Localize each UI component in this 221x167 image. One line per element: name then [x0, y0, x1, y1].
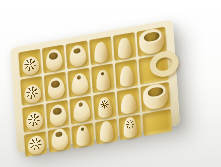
nozzle-star — [21, 55, 39, 76]
nozzle-cone-hole — [75, 124, 90, 146]
tray-cell — [113, 32, 136, 61]
tray-cell — [115, 59, 138, 89]
nozzle-cone — [119, 65, 134, 87]
nozzle-tube-large — [48, 103, 66, 127]
tray-cell — [42, 45, 65, 74]
tray-cell — [119, 114, 142, 140]
tray-cell — [89, 36, 112, 65]
nozzle-star-cone — [97, 96, 112, 118]
tray-cell — [71, 123, 94, 149]
photo-canvas — [0, 0, 221, 167]
nozzle-star — [27, 135, 45, 156]
nozzle-star — [23, 83, 41, 104]
tray-cell — [117, 87, 140, 116]
tray-grid — [18, 27, 171, 137]
nozzle-tube-large — [47, 76, 65, 100]
nozzle-star — [25, 110, 43, 131]
nozzle-tube-medium — [50, 127, 68, 151]
tray-cell — [138, 54, 168, 85]
nozzle-tube-small — [70, 72, 88, 96]
nozzle-tube-medium — [68, 44, 86, 68]
tray-cell — [18, 49, 41, 78]
tray-cell — [48, 127, 71, 153]
nozzle-tube-large — [45, 48, 63, 72]
tray-cell — [91, 63, 114, 93]
nozzle-cup — [142, 82, 168, 110]
nozzle-cone — [99, 120, 114, 142]
tray-cell — [95, 119, 118, 145]
tray-cell — [20, 76, 43, 106]
tray-cell — [140, 82, 170, 112]
tray-cell — [44, 72, 67, 102]
tray-cell — [69, 96, 92, 125]
nozzle-star-cone — [123, 116, 138, 138]
tray-cell — [22, 104, 45, 133]
tray-cell — [142, 109, 172, 136]
nozzle-tray — [10, 19, 180, 153]
tray-cell — [93, 91, 116, 120]
nozzle-cone — [117, 37, 132, 59]
nozzle-cone-hole — [95, 69, 110, 91]
nozzle-tube-small — [72, 99, 90, 123]
tray-cell — [67, 68, 90, 98]
tray-cell — [24, 131, 47, 157]
tray-cell — [66, 40, 89, 69]
nozzle-cone — [93, 41, 108, 63]
tray-cell — [46, 100, 69, 129]
nozzle-teardrop — [120, 93, 137, 115]
